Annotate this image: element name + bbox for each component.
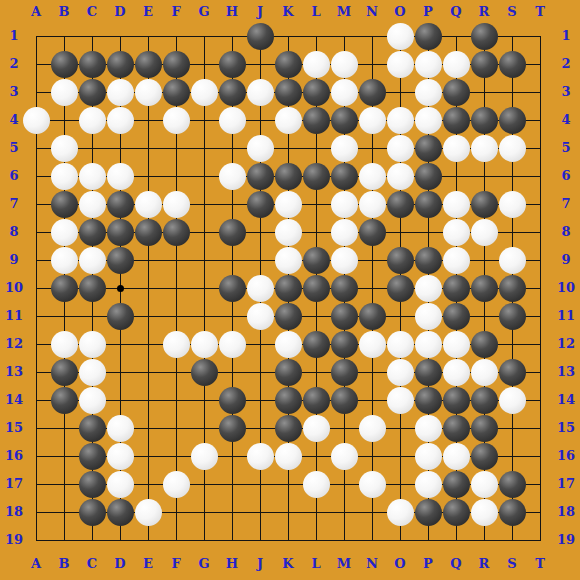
stone-white-O5[interactable] bbox=[387, 135, 414, 162]
col-label-bottom-O: O bbox=[386, 556, 414, 572]
col-label-top-L: L bbox=[302, 4, 330, 20]
stone-black-P13[interactable] bbox=[415, 359, 442, 386]
row-label-right-9: 9 bbox=[552, 252, 580, 268]
stone-black-Q14[interactable] bbox=[443, 387, 470, 414]
stone-white-M5[interactable] bbox=[331, 135, 358, 162]
row-label-left-16: 16 bbox=[0, 448, 28, 464]
col-label-bottom-M: M bbox=[330, 556, 358, 572]
stone-black-B10[interactable] bbox=[51, 275, 78, 302]
stone-black-P7[interactable] bbox=[415, 191, 442, 218]
row-label-right-6: 6 bbox=[552, 168, 580, 184]
stone-white-C4[interactable] bbox=[79, 107, 106, 134]
stone-black-B14[interactable] bbox=[51, 387, 78, 414]
col-label-top-H: H bbox=[218, 4, 246, 20]
stone-black-M13[interactable] bbox=[331, 359, 358, 386]
stone-black-P1[interactable] bbox=[415, 23, 442, 50]
col-label-top-C: C bbox=[78, 4, 106, 20]
stone-white-E18[interactable] bbox=[135, 499, 162, 526]
stone-white-S9[interactable] bbox=[499, 247, 526, 274]
col-label-bottom-T: T bbox=[526, 556, 554, 572]
col-label-top-T: T bbox=[526, 4, 554, 20]
stone-white-B12[interactable] bbox=[51, 331, 78, 358]
stone-black-Q15[interactable] bbox=[443, 415, 470, 442]
row-label-left-10: 10 bbox=[0, 280, 28, 296]
stone-black-K15[interactable] bbox=[275, 415, 302, 442]
row-label-left-18: 18 bbox=[0, 504, 28, 520]
stone-white-C6[interactable] bbox=[79, 163, 106, 190]
row-label-left-2: 2 bbox=[0, 56, 28, 72]
stone-black-B13[interactable] bbox=[51, 359, 78, 386]
row-label-left-9: 9 bbox=[0, 252, 28, 268]
stone-black-S17[interactable] bbox=[499, 471, 526, 498]
stone-black-J1[interactable] bbox=[247, 23, 274, 50]
stone-black-F3[interactable] bbox=[163, 79, 190, 106]
stone-black-M11[interactable] bbox=[331, 303, 358, 330]
row-label-left-3: 3 bbox=[0, 84, 28, 100]
stone-white-G12[interactable] bbox=[191, 331, 218, 358]
row-label-left-13: 13 bbox=[0, 364, 28, 380]
stone-white-A4[interactable] bbox=[23, 107, 50, 134]
col-label-bottom-N: N bbox=[358, 556, 386, 572]
stone-black-G13[interactable] bbox=[191, 359, 218, 386]
stone-black-S2[interactable] bbox=[499, 51, 526, 78]
stone-white-O6[interactable] bbox=[387, 163, 414, 190]
row-label-right-17: 17 bbox=[552, 476, 580, 492]
grid-line-horizontal bbox=[36, 540, 541, 541]
stone-white-P12[interactable] bbox=[415, 331, 442, 358]
row-label-right-1: 1 bbox=[552, 28, 580, 44]
stone-black-R7[interactable] bbox=[471, 191, 498, 218]
row-label-left-6: 6 bbox=[0, 168, 28, 184]
stone-white-D4[interactable] bbox=[107, 107, 134, 134]
stone-black-Q17[interactable] bbox=[443, 471, 470, 498]
stone-white-E7[interactable] bbox=[135, 191, 162, 218]
stone-black-L9[interactable] bbox=[303, 247, 330, 274]
stone-black-S18[interactable] bbox=[499, 499, 526, 526]
stone-white-O14[interactable] bbox=[387, 387, 414, 414]
stone-white-P15[interactable] bbox=[415, 415, 442, 442]
row-label-right-5: 5 bbox=[552, 140, 580, 156]
stone-white-O4[interactable] bbox=[387, 107, 414, 134]
stone-white-M7[interactable] bbox=[331, 191, 358, 218]
stone-black-H8[interactable] bbox=[219, 219, 246, 246]
stone-black-R4[interactable] bbox=[471, 107, 498, 134]
col-label-bottom-K: K bbox=[274, 556, 302, 572]
stone-white-L17[interactable] bbox=[303, 471, 330, 498]
stone-black-L6[interactable] bbox=[303, 163, 330, 190]
stone-black-O9[interactable] bbox=[387, 247, 414, 274]
row-label-right-14: 14 bbox=[552, 392, 580, 408]
stone-black-Q3[interactable] bbox=[443, 79, 470, 106]
stone-white-N12[interactable] bbox=[359, 331, 386, 358]
col-label-bottom-J: J bbox=[246, 556, 274, 572]
stone-white-R17[interactable] bbox=[471, 471, 498, 498]
col-label-top-G: G bbox=[190, 4, 218, 20]
stone-black-H14[interactable] bbox=[219, 387, 246, 414]
stone-black-C15[interactable] bbox=[79, 415, 106, 442]
col-label-top-B: B bbox=[50, 4, 78, 20]
stone-white-H12[interactable] bbox=[219, 331, 246, 358]
stone-white-M3[interactable] bbox=[331, 79, 358, 106]
stone-black-Q10[interactable] bbox=[443, 275, 470, 302]
stone-black-H2[interactable] bbox=[219, 51, 246, 78]
stone-black-N3[interactable] bbox=[359, 79, 386, 106]
stone-white-N6[interactable] bbox=[359, 163, 386, 190]
stone-black-F2[interactable] bbox=[163, 51, 190, 78]
stone-white-F12[interactable] bbox=[163, 331, 190, 358]
row-label-left-15: 15 bbox=[0, 420, 28, 436]
stone-white-C12[interactable] bbox=[79, 331, 106, 358]
stone-white-F4[interactable] bbox=[163, 107, 190, 134]
stone-white-L2[interactable] bbox=[303, 51, 330, 78]
stone-black-Q18[interactable] bbox=[443, 499, 470, 526]
row-label-left-1: 1 bbox=[0, 28, 28, 44]
stone-white-Q5[interactable] bbox=[443, 135, 470, 162]
stone-black-P5[interactable] bbox=[415, 135, 442, 162]
stone-white-N7[interactable] bbox=[359, 191, 386, 218]
stone-white-P10[interactable] bbox=[415, 275, 442, 302]
col-label-top-P: P bbox=[414, 4, 442, 20]
stone-black-P9[interactable] bbox=[415, 247, 442, 274]
col-label-top-F: F bbox=[162, 4, 190, 20]
stone-black-C16[interactable] bbox=[79, 443, 106, 470]
stone-black-C3[interactable] bbox=[79, 79, 106, 106]
stone-white-M16[interactable] bbox=[331, 443, 358, 470]
stone-white-R13[interactable] bbox=[471, 359, 498, 386]
stone-white-J11[interactable] bbox=[247, 303, 274, 330]
stone-white-O1[interactable] bbox=[387, 23, 414, 50]
stone-black-N11[interactable] bbox=[359, 303, 386, 330]
stone-white-H6[interactable] bbox=[219, 163, 246, 190]
stone-black-K14[interactable] bbox=[275, 387, 302, 414]
row-label-right-19: 19 bbox=[552, 532, 580, 548]
stone-white-N15[interactable] bbox=[359, 415, 386, 442]
stone-black-C10[interactable] bbox=[79, 275, 106, 302]
col-label-top-N: N bbox=[358, 4, 386, 20]
stone-black-K3[interactable] bbox=[275, 79, 302, 106]
row-label-right-3: 3 bbox=[552, 84, 580, 100]
stone-white-O12[interactable] bbox=[387, 331, 414, 358]
col-label-top-O: O bbox=[386, 4, 414, 20]
stone-black-M10[interactable] bbox=[331, 275, 358, 302]
stone-black-J6[interactable] bbox=[247, 163, 274, 190]
stone-black-E2[interactable] bbox=[135, 51, 162, 78]
stone-black-H15[interactable] bbox=[219, 415, 246, 442]
stone-black-M4[interactable] bbox=[331, 107, 358, 134]
row-label-right-4: 4 bbox=[552, 112, 580, 128]
stone-black-B7[interactable] bbox=[51, 191, 78, 218]
stone-black-D2[interactable] bbox=[107, 51, 134, 78]
stone-white-K7[interactable] bbox=[275, 191, 302, 218]
stone-black-L4[interactable] bbox=[303, 107, 330, 134]
go-board[interactable]: AABBCCDDEEFFGGHHJJKKLLMMNNOOPPQQRRSSTT11… bbox=[0, 0, 580, 580]
stone-black-F8[interactable] bbox=[163, 219, 190, 246]
star-point bbox=[117, 285, 124, 292]
stone-black-K13[interactable] bbox=[275, 359, 302, 386]
stone-black-H3[interactable] bbox=[219, 79, 246, 106]
stone-black-K6[interactable] bbox=[275, 163, 302, 190]
row-label-left-5: 5 bbox=[0, 140, 28, 156]
stone-black-C8[interactable] bbox=[79, 219, 106, 246]
stone-white-J5[interactable] bbox=[247, 135, 274, 162]
stone-black-K11[interactable] bbox=[275, 303, 302, 330]
stone-white-P16[interactable] bbox=[415, 443, 442, 470]
row-label-left-8: 8 bbox=[0, 224, 28, 240]
row-label-right-7: 7 bbox=[552, 196, 580, 212]
col-label-bottom-G: G bbox=[190, 556, 218, 572]
stone-white-B8[interactable] bbox=[51, 219, 78, 246]
stone-white-F17[interactable] bbox=[163, 471, 190, 498]
stone-white-O13[interactable] bbox=[387, 359, 414, 386]
col-label-top-M: M bbox=[330, 4, 358, 20]
stone-black-Q11[interactable] bbox=[443, 303, 470, 330]
col-label-top-J: J bbox=[246, 4, 274, 20]
col-label-bottom-C: C bbox=[78, 556, 106, 572]
col-label-bottom-Q: Q bbox=[442, 556, 470, 572]
stone-black-P18[interactable] bbox=[415, 499, 442, 526]
row-label-right-12: 12 bbox=[552, 336, 580, 352]
col-label-top-R: R bbox=[470, 4, 498, 20]
stone-white-J3[interactable] bbox=[247, 79, 274, 106]
stone-white-H4[interactable] bbox=[219, 107, 246, 134]
row-label-right-16: 16 bbox=[552, 448, 580, 464]
row-label-right-8: 8 bbox=[552, 224, 580, 240]
row-label-left-14: 14 bbox=[0, 392, 28, 408]
stone-black-M14[interactable] bbox=[331, 387, 358, 414]
stone-black-R15[interactable] bbox=[471, 415, 498, 442]
col-label-top-A: A bbox=[22, 4, 50, 20]
stone-white-P4[interactable] bbox=[415, 107, 442, 134]
col-label-bottom-B: B bbox=[50, 556, 78, 572]
stone-black-R12[interactable] bbox=[471, 331, 498, 358]
stone-white-Q16[interactable] bbox=[443, 443, 470, 470]
stone-black-D8[interactable] bbox=[107, 219, 134, 246]
col-label-bottom-F: F bbox=[162, 556, 190, 572]
stone-white-C9[interactable] bbox=[79, 247, 106, 274]
row-label-left-7: 7 bbox=[0, 196, 28, 212]
stone-black-S13[interactable] bbox=[499, 359, 526, 386]
col-label-bottom-R: R bbox=[470, 556, 498, 572]
stone-white-C13[interactable] bbox=[79, 359, 106, 386]
stone-black-O10[interactable] bbox=[387, 275, 414, 302]
stone-black-S11[interactable] bbox=[499, 303, 526, 330]
stone-black-M12[interactable] bbox=[331, 331, 358, 358]
stone-white-B9[interactable] bbox=[51, 247, 78, 274]
stone-white-Q13[interactable] bbox=[443, 359, 470, 386]
stone-black-B2[interactable] bbox=[51, 51, 78, 78]
stone-white-Q7[interactable] bbox=[443, 191, 470, 218]
stone-white-K9[interactable] bbox=[275, 247, 302, 274]
stone-white-R18[interactable] bbox=[471, 499, 498, 526]
stone-white-B3[interactable] bbox=[51, 79, 78, 106]
col-label-bottom-A: A bbox=[22, 556, 50, 572]
stone-black-S4[interactable] bbox=[499, 107, 526, 134]
col-label-bottom-E: E bbox=[134, 556, 162, 572]
stone-black-C17[interactable] bbox=[79, 471, 106, 498]
row-label-left-11: 11 bbox=[0, 308, 28, 324]
stone-black-L12[interactable] bbox=[303, 331, 330, 358]
col-label-bottom-P: P bbox=[414, 556, 442, 572]
stone-white-O18[interactable] bbox=[387, 499, 414, 526]
row-label-left-12: 12 bbox=[0, 336, 28, 352]
row-label-right-10: 10 bbox=[552, 280, 580, 296]
col-label-bottom-H: H bbox=[218, 556, 246, 572]
stone-white-P2[interactable] bbox=[415, 51, 442, 78]
stone-black-R14[interactable] bbox=[471, 387, 498, 414]
stone-white-B5[interactable] bbox=[51, 135, 78, 162]
stone-black-D11[interactable] bbox=[107, 303, 134, 330]
row-label-right-11: 11 bbox=[552, 308, 580, 324]
stone-white-M8[interactable] bbox=[331, 219, 358, 246]
col-label-top-K: K bbox=[274, 4, 302, 20]
stone-white-O2[interactable] bbox=[387, 51, 414, 78]
grid-line-vertical bbox=[540, 36, 541, 541]
stone-white-G16[interactable] bbox=[191, 443, 218, 470]
stone-white-D3[interactable] bbox=[107, 79, 134, 106]
stone-white-J16[interactable] bbox=[247, 443, 274, 470]
row-label-left-17: 17 bbox=[0, 476, 28, 492]
col-label-top-D: D bbox=[106, 4, 134, 20]
stone-white-L15[interactable] bbox=[303, 415, 330, 442]
stone-white-M2[interactable] bbox=[331, 51, 358, 78]
col-label-bottom-L: L bbox=[302, 556, 330, 572]
stone-black-L3[interactable] bbox=[303, 79, 330, 106]
stone-black-R16[interactable] bbox=[471, 443, 498, 470]
col-label-bottom-S: S bbox=[498, 556, 526, 572]
stone-white-Q9[interactable] bbox=[443, 247, 470, 274]
row-label-right-15: 15 bbox=[552, 420, 580, 436]
stone-black-L10[interactable] bbox=[303, 275, 330, 302]
stone-black-K2[interactable] bbox=[275, 51, 302, 78]
stone-white-J10[interactable] bbox=[247, 275, 274, 302]
stone-white-D16[interactable] bbox=[107, 443, 134, 470]
stone-white-R5[interactable] bbox=[471, 135, 498, 162]
stone-black-R1[interactable] bbox=[471, 23, 498, 50]
stone-white-K12[interactable] bbox=[275, 331, 302, 358]
stone-white-P17[interactable] bbox=[415, 471, 442, 498]
stone-black-C18[interactable] bbox=[79, 499, 106, 526]
stone-white-E3[interactable] bbox=[135, 79, 162, 106]
stone-black-L14[interactable] bbox=[303, 387, 330, 414]
row-label-right-18: 18 bbox=[552, 504, 580, 520]
stone-white-Q8[interactable] bbox=[443, 219, 470, 246]
stone-white-D17[interactable] bbox=[107, 471, 134, 498]
stone-black-S10[interactable] bbox=[499, 275, 526, 302]
stone-white-Q12[interactable] bbox=[443, 331, 470, 358]
stone-black-J7[interactable] bbox=[247, 191, 274, 218]
stone-white-G3[interactable] bbox=[191, 79, 218, 106]
col-label-top-E: E bbox=[134, 4, 162, 20]
stone-black-N8[interactable] bbox=[359, 219, 386, 246]
stone-white-N17[interactable] bbox=[359, 471, 386, 498]
stone-black-H10[interactable] bbox=[219, 275, 246, 302]
stone-white-N4[interactable] bbox=[359, 107, 386, 134]
stone-white-R8[interactable] bbox=[471, 219, 498, 246]
stone-white-P11[interactable] bbox=[415, 303, 442, 330]
row-label-right-2: 2 bbox=[552, 56, 580, 72]
stone-white-B6[interactable] bbox=[51, 163, 78, 190]
col-label-top-Q: Q bbox=[442, 4, 470, 20]
stone-white-S14[interactable] bbox=[499, 387, 526, 414]
stone-black-C2[interactable] bbox=[79, 51, 106, 78]
stone-white-S7[interactable] bbox=[499, 191, 526, 218]
stone-black-P6[interactable] bbox=[415, 163, 442, 190]
col-label-bottom-D: D bbox=[106, 556, 134, 572]
row-label-right-13: 13 bbox=[552, 364, 580, 380]
stone-black-D7[interactable] bbox=[107, 191, 134, 218]
stone-black-R10[interactable] bbox=[471, 275, 498, 302]
stone-black-E8[interactable] bbox=[135, 219, 162, 246]
stone-white-D15[interactable] bbox=[107, 415, 134, 442]
stone-black-O7[interactable] bbox=[387, 191, 414, 218]
stone-black-R2[interactable] bbox=[471, 51, 498, 78]
stone-black-D9[interactable] bbox=[107, 247, 134, 274]
stone-white-P3[interactable] bbox=[415, 79, 442, 106]
stone-white-D6[interactable] bbox=[107, 163, 134, 190]
stone-black-K10[interactable] bbox=[275, 275, 302, 302]
stone-white-S5[interactable] bbox=[499, 135, 526, 162]
row-label-left-19: 19 bbox=[0, 532, 28, 548]
stone-white-Q2[interactable] bbox=[443, 51, 470, 78]
stone-black-P14[interactable] bbox=[415, 387, 442, 414]
stone-white-K16[interactable] bbox=[275, 443, 302, 470]
stone-white-F7[interactable] bbox=[163, 191, 190, 218]
stone-white-C14[interactable] bbox=[79, 387, 106, 414]
stone-white-K4[interactable] bbox=[275, 107, 302, 134]
stone-black-M6[interactable] bbox=[331, 163, 358, 190]
stone-black-Q4[interactable] bbox=[443, 107, 470, 134]
col-label-top-S: S bbox=[498, 4, 526, 20]
stone-white-C7[interactable] bbox=[79, 191, 106, 218]
stone-black-D18[interactable] bbox=[107, 499, 134, 526]
stone-white-M9[interactable] bbox=[331, 247, 358, 274]
stone-white-K8[interactable] bbox=[275, 219, 302, 246]
